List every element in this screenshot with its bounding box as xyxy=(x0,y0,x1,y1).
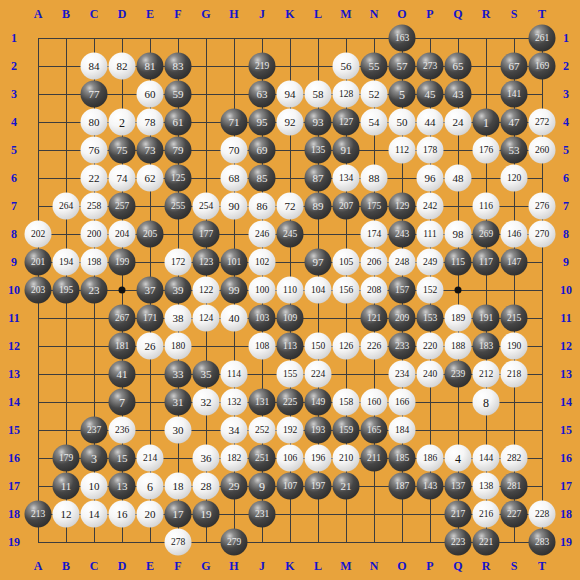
white-stone-M9-move-105[interactable]: 105 xyxy=(333,249,360,276)
coord-right-15: 15 xyxy=(560,423,572,438)
white-stone-J15-move-252[interactable]: 252 xyxy=(249,417,276,444)
white-stone-P4-move-44[interactable]: 44 xyxy=(417,109,444,136)
move-number: 202 xyxy=(31,229,45,239)
move-number: 203 xyxy=(31,285,45,295)
black-stone-O2-move-57[interactable]: 57 xyxy=(389,53,416,80)
move-number: 179 xyxy=(59,453,73,463)
white-stone-G10-move-122[interactable]: 122 xyxy=(193,277,220,304)
white-stone-R16-move-144[interactable]: 144 xyxy=(473,445,500,472)
white-stone-H11-move-40[interactable]: 40 xyxy=(221,305,248,332)
black-stone-A9-move-201[interactable]: 201 xyxy=(25,249,52,276)
white-stone-Q16-move-4[interactable]: 4 xyxy=(445,445,472,472)
black-stone-C3-move-77[interactable]: 77 xyxy=(81,81,108,108)
black-stone-D5-move-75[interactable]: 75 xyxy=(109,137,136,164)
white-stone-E6-move-62[interactable]: 62 xyxy=(137,165,164,192)
move-number: 189 xyxy=(451,313,465,323)
white-stone-L13-move-224[interactable]: 224 xyxy=(305,361,332,388)
move-number: 267 xyxy=(115,313,129,323)
move-number: 223 xyxy=(451,537,465,547)
move-number: 114 xyxy=(227,369,241,379)
white-stone-B9-move-194[interactable]: 194 xyxy=(53,249,80,276)
white-stone-M6-move-134[interactable]: 134 xyxy=(333,165,360,192)
move-number: 123 xyxy=(199,257,213,267)
white-stone-D15-move-236[interactable]: 236 xyxy=(109,417,136,444)
black-stone-C15-move-237[interactable]: 237 xyxy=(81,417,108,444)
black-stone-F10-move-39[interactable]: 39 xyxy=(165,277,192,304)
white-stone-N3-move-52[interactable]: 52 xyxy=(361,81,388,108)
white-stone-K16-move-106[interactable]: 106 xyxy=(277,445,304,472)
black-stone-D9-move-199[interactable]: 199 xyxy=(109,249,136,276)
white-stone-J7-move-86[interactable]: 86 xyxy=(249,193,276,220)
move-number: 143 xyxy=(423,481,437,491)
black-stone-E10-move-37[interactable]: 37 xyxy=(137,277,164,304)
white-stone-C17-move-10[interactable]: 10 xyxy=(81,473,108,500)
black-stone-E8-move-205[interactable]: 205 xyxy=(137,221,164,248)
black-stone-G18-move-19[interactable]: 19 xyxy=(193,501,220,528)
white-stone-E18-move-20[interactable]: 20 xyxy=(137,501,164,528)
black-stone-O10-move-157[interactable]: 157 xyxy=(389,277,416,304)
white-stone-O9-move-248[interactable]: 248 xyxy=(389,249,416,276)
black-stone-L5-move-135[interactable]: 135 xyxy=(305,137,332,164)
white-stone-M14-move-158[interactable]: 158 xyxy=(333,389,360,416)
white-stone-T18-move-228[interactable]: 228 xyxy=(529,501,556,528)
go-board[interactable]: AABBCCDDEEFFGGHHJJKKLLMMNNOOPPQQRRSSTT11… xyxy=(0,0,580,580)
black-stone-N11-move-121[interactable]: 121 xyxy=(361,305,388,332)
black-stone-M7-move-207[interactable]: 207 xyxy=(333,193,360,220)
black-stone-L9-move-97[interactable]: 97 xyxy=(305,249,332,276)
white-stone-K7-move-72[interactable]: 72 xyxy=(277,193,304,220)
black-stone-F18-move-17[interactable]: 17 xyxy=(165,501,192,528)
move-number: 204 xyxy=(115,229,129,239)
move-number: 77 xyxy=(89,89,100,100)
white-stone-O14-move-166[interactable]: 166 xyxy=(389,389,416,416)
white-stone-C18-move-14[interactable]: 14 xyxy=(81,501,108,528)
white-stone-D18-move-16[interactable]: 16 xyxy=(109,501,136,528)
white-stone-F9-move-172[interactable]: 172 xyxy=(165,249,192,276)
black-stone-F5-move-79[interactable]: 79 xyxy=(165,137,192,164)
black-stone-O12-move-233[interactable]: 233 xyxy=(389,333,416,360)
black-stone-J3-move-63[interactable]: 63 xyxy=(249,81,276,108)
black-stone-F3-move-59[interactable]: 59 xyxy=(165,81,192,108)
black-stone-J14-move-131[interactable]: 131 xyxy=(249,389,276,416)
black-stone-J5-move-69[interactable]: 69 xyxy=(249,137,276,164)
white-stone-Q6-move-48[interactable]: 48 xyxy=(445,165,472,192)
white-stone-K4-move-92[interactable]: 92 xyxy=(277,109,304,136)
white-stone-Q4-move-24[interactable]: 24 xyxy=(445,109,472,136)
move-number: 156 xyxy=(339,285,353,295)
move-number: 76 xyxy=(89,145,100,156)
move-number: 209 xyxy=(395,313,409,323)
white-stone-L12-move-150[interactable]: 150 xyxy=(305,333,332,360)
black-stone-D13-move-41[interactable]: 41 xyxy=(109,361,136,388)
black-stone-S4-move-47[interactable]: 47 xyxy=(501,109,528,136)
white-stone-S13-move-218[interactable]: 218 xyxy=(501,361,528,388)
white-stone-P12-move-220[interactable]: 220 xyxy=(417,333,444,360)
black-stone-Q19-move-223[interactable]: 223 xyxy=(445,529,472,556)
black-stone-K12-move-113[interactable]: 113 xyxy=(277,333,304,360)
white-stone-S16-move-282[interactable]: 282 xyxy=(501,445,528,472)
move-number: 215 xyxy=(507,313,521,323)
white-stone-K10-move-110[interactable]: 110 xyxy=(277,277,304,304)
white-stone-Q11-move-189[interactable]: 189 xyxy=(445,305,472,332)
black-stone-B10-move-195[interactable]: 195 xyxy=(53,277,80,304)
black-stone-H19-move-279[interactable]: 279 xyxy=(221,529,248,556)
white-stone-G14-move-32[interactable]: 32 xyxy=(193,389,220,416)
star-point-Q10 xyxy=(455,287,462,294)
black-stone-J18-move-231[interactable]: 231 xyxy=(249,501,276,528)
black-stone-Q17-move-137[interactable]: 137 xyxy=(445,473,472,500)
move-number: 10 xyxy=(89,481,100,492)
black-stone-P3-move-45[interactable]: 45 xyxy=(417,81,444,108)
black-stone-M17-move-21[interactable]: 21 xyxy=(333,473,360,500)
black-stone-H10-move-99[interactable]: 99 xyxy=(221,277,248,304)
white-stone-K3-move-94[interactable]: 94 xyxy=(277,81,304,108)
black-stone-G8-move-177[interactable]: 177 xyxy=(193,221,220,248)
white-stone-N10-move-208[interactable]: 208 xyxy=(361,277,388,304)
black-stone-O7-move-129[interactable]: 129 xyxy=(389,193,416,220)
move-number: 86 xyxy=(257,201,268,212)
black-stone-N15-move-165[interactable]: 165 xyxy=(361,417,388,444)
white-stone-C5-move-76[interactable]: 76 xyxy=(81,137,108,164)
black-stone-L4-move-93[interactable]: 93 xyxy=(305,109,332,136)
black-stone-K17-move-107[interactable]: 107 xyxy=(277,473,304,500)
white-stone-A8-move-202[interactable]: 202 xyxy=(25,221,52,248)
black-stone-J6-move-85[interactable]: 85 xyxy=(249,165,276,192)
black-stone-E2-move-81[interactable]: 81 xyxy=(137,53,164,80)
white-stone-R17-move-138[interactable]: 138 xyxy=(473,473,500,500)
white-stone-P5-move-178[interactable]: 178 xyxy=(417,137,444,164)
white-stone-C7-move-258[interactable]: 258 xyxy=(81,193,108,220)
black-stone-R19-move-221[interactable]: 221 xyxy=(473,529,500,556)
white-stone-J12-move-108[interactable]: 108 xyxy=(249,333,276,360)
coord-left-1: 1 xyxy=(11,31,17,46)
coord-bottom-C: C xyxy=(90,559,99,574)
black-stone-D12-move-181[interactable]: 181 xyxy=(109,333,136,360)
white-stone-M3-move-128[interactable]: 128 xyxy=(333,81,360,108)
black-stone-R4-move-1[interactable]: 1 xyxy=(473,109,500,136)
white-stone-M2-move-56[interactable]: 56 xyxy=(333,53,360,80)
black-stone-Q13-move-239[interactable]: 239 xyxy=(445,361,472,388)
black-stone-S17-move-281[interactable]: 281 xyxy=(501,473,528,500)
white-stone-G7-move-254[interactable]: 254 xyxy=(193,193,220,220)
white-stone-N9-move-206[interactable]: 206 xyxy=(361,249,388,276)
coord-right-14: 14 xyxy=(560,395,572,410)
move-number: 22 xyxy=(89,173,100,184)
white-stone-F19-move-278[interactable]: 278 xyxy=(165,529,192,556)
white-stone-H5-move-70[interactable]: 70 xyxy=(221,137,248,164)
white-stone-D8-move-204[interactable]: 204 xyxy=(109,221,136,248)
white-stone-D4-move-2[interactable]: 2 xyxy=(109,109,136,136)
black-stone-J4-move-95[interactable]: 95 xyxy=(249,109,276,136)
move-number: 37 xyxy=(145,285,156,296)
white-stone-P9-move-249[interactable]: 249 xyxy=(417,249,444,276)
white-stone-P7-move-242[interactable]: 242 xyxy=(417,193,444,220)
move-number: 186 xyxy=(423,453,437,463)
white-stone-C6-move-22[interactable]: 22 xyxy=(81,165,108,192)
black-stone-D11-move-267[interactable]: 267 xyxy=(109,305,136,332)
coord-top-T: T xyxy=(538,7,546,22)
move-number: 80 xyxy=(89,117,100,128)
white-stone-F11-move-38[interactable]: 38 xyxy=(165,305,192,332)
coord-bottom-K: K xyxy=(285,559,294,574)
black-stone-M15-move-159[interactable]: 159 xyxy=(333,417,360,444)
black-stone-D17-move-13[interactable]: 13 xyxy=(109,473,136,500)
black-stone-H9-move-101[interactable]: 101 xyxy=(221,249,248,276)
white-stone-T4-move-272[interactable]: 272 xyxy=(529,109,556,136)
black-stone-T19-move-283[interactable]: 283 xyxy=(529,529,556,556)
black-stone-F4-move-61[interactable]: 61 xyxy=(165,109,192,136)
move-number: 14 xyxy=(89,509,100,520)
black-stone-R8-move-269[interactable]: 269 xyxy=(473,221,500,248)
black-stone-F14-move-31[interactable]: 31 xyxy=(165,389,192,416)
coord-right-13: 13 xyxy=(560,367,572,382)
white-stone-M12-move-126[interactable]: 126 xyxy=(333,333,360,360)
black-stone-H4-move-71[interactable]: 71 xyxy=(221,109,248,136)
black-stone-N7-move-175[interactable]: 175 xyxy=(361,193,388,220)
white-stone-K15-move-192[interactable]: 192 xyxy=(277,417,304,444)
white-stone-C4-move-80[interactable]: 80 xyxy=(81,109,108,136)
white-stone-B18-move-12[interactable]: 12 xyxy=(53,501,80,528)
move-number: 106 xyxy=(283,453,297,463)
white-stone-F12-move-180[interactable]: 180 xyxy=(165,333,192,360)
black-stone-J17-move-9[interactable]: 9 xyxy=(249,473,276,500)
black-stone-D7-move-257[interactable]: 257 xyxy=(109,193,136,220)
black-stone-B16-move-179[interactable]: 179 xyxy=(53,445,80,472)
white-stone-J10-move-100[interactable]: 100 xyxy=(249,277,276,304)
white-stone-L3-move-58[interactable]: 58 xyxy=(305,81,332,108)
black-stone-F13-move-33[interactable]: 33 xyxy=(165,361,192,388)
coord-right-9: 9 xyxy=(563,255,569,270)
white-stone-P8-move-111[interactable]: 111 xyxy=(417,221,444,248)
white-stone-P16-move-186[interactable]: 186 xyxy=(417,445,444,472)
white-stone-L10-move-104[interactable]: 104 xyxy=(305,277,332,304)
black-stone-J16-move-251[interactable]: 251 xyxy=(249,445,276,472)
coord-bottom-O: O xyxy=(397,559,406,574)
black-stone-L17-move-197[interactable]: 197 xyxy=(305,473,332,500)
white-stone-R14-move-8[interactable]: 8 xyxy=(473,389,500,416)
white-stone-C2-move-84[interactable]: 84 xyxy=(81,53,108,80)
move-number: 24 xyxy=(453,117,464,128)
white-stone-R18-move-216[interactable]: 216 xyxy=(473,501,500,528)
black-stone-T2-move-169[interactable]: 169 xyxy=(529,53,556,80)
black-stone-D16-move-15[interactable]: 15 xyxy=(109,445,136,472)
white-stone-N14-move-160[interactable]: 160 xyxy=(361,389,388,416)
black-stone-S18-move-227[interactable]: 227 xyxy=(501,501,528,528)
black-stone-O3-move-5[interactable]: 5 xyxy=(389,81,416,108)
black-stone-B17-move-11[interactable]: 11 xyxy=(53,473,80,500)
move-number: 71 xyxy=(229,117,240,128)
white-stone-R5-move-176[interactable]: 176 xyxy=(473,137,500,164)
white-stone-C9-move-198[interactable]: 198 xyxy=(81,249,108,276)
black-stone-C16-move-3[interactable]: 3 xyxy=(81,445,108,472)
black-stone-F2-move-83[interactable]: 83 xyxy=(165,53,192,80)
black-stone-Q18-move-217[interactable]: 217 xyxy=(445,501,472,528)
white-stone-T5-move-260[interactable]: 260 xyxy=(529,137,556,164)
white-stone-E17-move-6[interactable]: 6 xyxy=(137,473,164,500)
black-stone-O8-move-243[interactable]: 243 xyxy=(389,221,416,248)
white-stone-O4-move-50[interactable]: 50 xyxy=(389,109,416,136)
black-stone-D14-move-7[interactable]: 7 xyxy=(109,389,136,416)
black-stone-R9-move-117[interactable]: 117 xyxy=(473,249,500,276)
white-stone-N6-move-88[interactable]: 88 xyxy=(361,165,388,192)
coord-left-3: 3 xyxy=(11,87,17,102)
white-stone-E12-move-26[interactable]: 26 xyxy=(137,333,164,360)
black-stone-G13-move-35[interactable]: 35 xyxy=(193,361,220,388)
black-stone-S11-move-215[interactable]: 215 xyxy=(501,305,528,332)
coord-right-18: 18 xyxy=(560,507,572,522)
black-stone-A18-move-213[interactable]: 213 xyxy=(25,501,52,528)
move-number: 194 xyxy=(59,257,73,267)
move-number: 100 xyxy=(255,285,269,295)
black-stone-J11-move-103[interactable]: 103 xyxy=(249,305,276,332)
white-stone-E4-move-78[interactable]: 78 xyxy=(137,109,164,136)
black-stone-L15-move-193[interactable]: 193 xyxy=(305,417,332,444)
black-stone-Q3-move-43[interactable]: 43 xyxy=(445,81,472,108)
white-stone-H14-move-132[interactable]: 132 xyxy=(221,389,248,416)
white-stone-Q12-move-188[interactable]: 188 xyxy=(445,333,472,360)
white-stone-G17-move-28[interactable]: 28 xyxy=(193,473,220,500)
black-stone-F6-move-125[interactable]: 125 xyxy=(165,165,192,192)
white-stone-O5-move-112[interactable]: 112 xyxy=(389,137,416,164)
black-stone-K11-move-109[interactable]: 109 xyxy=(277,305,304,332)
move-number: 196 xyxy=(311,453,325,463)
black-stone-N2-move-55[interactable]: 55 xyxy=(361,53,388,80)
move-number: 246 xyxy=(255,229,269,239)
black-stone-O11-move-209[interactable]: 209 xyxy=(389,305,416,332)
white-stone-Q8-move-98[interactable]: 98 xyxy=(445,221,472,248)
black-stone-E11-move-171[interactable]: 171 xyxy=(137,305,164,332)
white-stone-J8-move-246[interactable]: 246 xyxy=(249,221,276,248)
move-number: 90 xyxy=(229,201,240,212)
black-stone-O1-move-163[interactable]: 163 xyxy=(389,25,416,52)
black-stone-G9-move-123[interactable]: 123 xyxy=(193,249,220,276)
black-stone-O16-move-185[interactable]: 185 xyxy=(389,445,416,472)
white-stone-F15-move-30[interactable]: 30 xyxy=(165,417,192,444)
black-stone-Q2-move-65[interactable]: 65 xyxy=(445,53,472,80)
white-stone-T7-move-276[interactable]: 276 xyxy=(529,193,556,220)
white-stone-O13-move-234[interactable]: 234 xyxy=(389,361,416,388)
move-number: 93 xyxy=(313,117,324,128)
coord-left-15: 15 xyxy=(8,423,20,438)
black-stone-Q9-move-115[interactable]: 115 xyxy=(445,249,472,276)
white-stone-S12-move-190[interactable]: 190 xyxy=(501,333,528,360)
move-number: 165 xyxy=(367,425,381,435)
move-number: 226 xyxy=(367,341,381,351)
coord-left-19: 19 xyxy=(8,535,20,550)
white-stone-H6-move-68[interactable]: 68 xyxy=(221,165,248,192)
white-stone-M10-move-156[interactable]: 156 xyxy=(333,277,360,304)
white-stone-C8-move-200[interactable]: 200 xyxy=(81,221,108,248)
white-stone-G16-move-36[interactable]: 36 xyxy=(193,445,220,472)
move-number: 58 xyxy=(313,89,324,100)
black-stone-O17-move-187[interactable]: 187 xyxy=(389,473,416,500)
white-stone-P13-move-240[interactable]: 240 xyxy=(417,361,444,388)
black-stone-E5-move-73[interactable]: 73 xyxy=(137,137,164,164)
black-stone-H17-move-29[interactable]: 29 xyxy=(221,473,248,500)
white-stone-H15-move-34[interactable]: 34 xyxy=(221,417,248,444)
white-stone-H16-move-182[interactable]: 182 xyxy=(221,445,248,472)
white-stone-P10-move-152[interactable]: 152 xyxy=(417,277,444,304)
move-number: 254 xyxy=(199,201,213,211)
white-stone-T8-move-270[interactable]: 270 xyxy=(529,221,556,248)
move-number: 227 xyxy=(507,509,521,519)
black-stone-J2-move-219[interactable]: 219 xyxy=(249,53,276,80)
move-number: 278 xyxy=(171,537,185,547)
move-number: 178 xyxy=(423,145,437,155)
coord-right-6: 6 xyxy=(563,171,569,186)
black-stone-S5-move-53[interactable]: 53 xyxy=(501,137,528,164)
white-stone-D6-move-74[interactable]: 74 xyxy=(109,165,136,192)
black-stone-L14-move-149[interactable]: 149 xyxy=(305,389,332,416)
black-stone-P11-move-153[interactable]: 153 xyxy=(417,305,444,332)
white-stone-J9-move-102[interactable]: 102 xyxy=(249,249,276,276)
white-stone-N12-move-226[interactable]: 226 xyxy=(361,333,388,360)
move-number: 67 xyxy=(509,61,520,72)
move-number: 138 xyxy=(479,481,493,491)
black-stone-M5-move-91[interactable]: 91 xyxy=(333,137,360,164)
white-stone-E16-move-214[interactable]: 214 xyxy=(137,445,164,472)
white-stone-M16-move-210[interactable]: 210 xyxy=(333,445,360,472)
white-stone-P6-move-96[interactable]: 96 xyxy=(417,165,444,192)
move-number: 205 xyxy=(143,229,157,239)
white-stone-N4-move-54[interactable]: 54 xyxy=(361,109,388,136)
move-number: 249 xyxy=(423,257,437,267)
black-stone-R11-move-191[interactable]: 191 xyxy=(473,305,500,332)
move-number: 79 xyxy=(173,145,184,156)
white-stone-S6-move-120[interactable]: 120 xyxy=(501,165,528,192)
white-stone-N8-move-174[interactable]: 174 xyxy=(361,221,388,248)
white-stone-B7-move-264[interactable]: 264 xyxy=(53,193,80,220)
white-stone-K13-move-155[interactable]: 155 xyxy=(277,361,304,388)
white-stone-E3-move-60[interactable]: 60 xyxy=(137,81,164,108)
white-stone-H13-move-114[interactable]: 114 xyxy=(221,361,248,388)
white-stone-F17-move-18[interactable]: 18 xyxy=(165,473,192,500)
move-number: 36 xyxy=(201,453,212,464)
move-number: 63 xyxy=(257,89,268,100)
white-stone-H7-move-90[interactable]: 90 xyxy=(221,193,248,220)
black-stone-F7-move-255[interactable]: 255 xyxy=(165,193,192,220)
move-number: 9 xyxy=(259,480,265,492)
black-stone-S9-move-147[interactable]: 147 xyxy=(501,249,528,276)
black-stone-T1-move-261[interactable]: 261 xyxy=(529,25,556,52)
black-stone-N16-move-211[interactable]: 211 xyxy=(361,445,388,472)
black-stone-S2-move-67[interactable]: 67 xyxy=(501,53,528,80)
black-stone-L7-move-89[interactable]: 89 xyxy=(305,193,332,220)
white-stone-D2-move-82[interactable]: 82 xyxy=(109,53,136,80)
black-stone-S3-move-141[interactable]: 141 xyxy=(501,81,528,108)
coord-bottom-D: D xyxy=(118,559,127,574)
coord-bottom-L: L xyxy=(314,559,322,574)
white-stone-L16-move-196[interactable]: 196 xyxy=(305,445,332,472)
white-stone-O15-move-184[interactable]: 184 xyxy=(389,417,416,444)
black-stone-A10-move-203[interactable]: 203 xyxy=(25,277,52,304)
black-stone-K8-move-245[interactable]: 245 xyxy=(277,221,304,248)
black-stone-K14-move-225[interactable]: 225 xyxy=(277,389,304,416)
black-stone-P17-move-143[interactable]: 143 xyxy=(417,473,444,500)
white-stone-R7-move-116[interactable]: 116 xyxy=(473,193,500,220)
white-stone-S8-move-146[interactable]: 146 xyxy=(501,221,528,248)
move-number: 279 xyxy=(227,537,241,547)
black-stone-M4-move-127[interactable]: 127 xyxy=(333,109,360,136)
black-stone-L6-move-87[interactable]: 87 xyxy=(305,165,332,192)
move-number: 191 xyxy=(479,313,493,323)
black-stone-P2-move-273[interactable]: 273 xyxy=(417,53,444,80)
move-number: 158 xyxy=(339,397,353,407)
black-stone-R12-move-183[interactable]: 183 xyxy=(473,333,500,360)
white-stone-R13-move-212[interactable]: 212 xyxy=(473,361,500,388)
white-stone-G11-move-124[interactable]: 124 xyxy=(193,305,220,332)
black-stone-C10-move-23[interactable]: 23 xyxy=(81,277,108,304)
